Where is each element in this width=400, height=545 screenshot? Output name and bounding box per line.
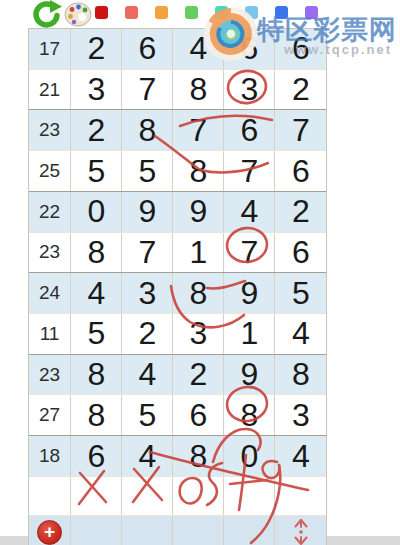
digit-cell: 6: [71, 436, 122, 476]
board-row: 2785683: [29, 395, 326, 436]
digit-cell: 9: [173, 192, 224, 232]
digit-cell: 8: [71, 355, 122, 395]
footer-cell: [71, 516, 122, 545]
digit-cell: 3: [224, 70, 275, 110]
footer-row: +: [29, 516, 326, 545]
annotation-cell: [224, 477, 275, 515]
digit-cell: 6: [173, 395, 224, 435]
annotation-cell: [29, 477, 71, 515]
digit-cell: 2: [275, 70, 326, 110]
digit-cell: 7: [122, 233, 173, 273]
digit-cell: 5: [122, 395, 173, 435]
board-row: 2328767: [29, 110, 326, 151]
board-row: 2209942: [29, 192, 326, 233]
digit-cell: 0: [224, 436, 275, 476]
digit-cell: 5: [71, 314, 122, 354]
period-cell: 23: [29, 110, 71, 150]
annotation-cell: [173, 477, 224, 515]
digit-cell: 9: [224, 273, 275, 313]
digit-cell: 2: [122, 314, 173, 354]
digit-cell: 3: [71, 70, 122, 110]
digit-cell: 0: [71, 192, 122, 232]
add-row-button[interactable]: +: [37, 520, 62, 545]
period-cell: 23: [29, 233, 71, 273]
annotation-cell: [275, 477, 326, 515]
digit-cell: 2: [173, 355, 224, 395]
period-cell: 17: [29, 29, 71, 69]
period-cell: 27: [29, 395, 71, 435]
digit-cell: 7: [173, 110, 224, 150]
board-row: 1152314: [29, 314, 326, 355]
annotation-row: [29, 477, 326, 516]
period-cell: 25: [29, 151, 71, 191]
digit-cell: 4: [224, 192, 275, 232]
period-cell: 24: [29, 273, 71, 313]
footer-cell: [122, 516, 173, 545]
digit-cell: 9: [122, 192, 173, 232]
digit-cell: 4: [71, 273, 122, 313]
color-swatch-3[interactable]: [185, 6, 198, 19]
color-swatch-2[interactable]: [155, 6, 168, 19]
digit-cell: 2: [275, 192, 326, 232]
digit-cell: 6: [122, 29, 173, 69]
digit-cell: 4: [122, 436, 173, 476]
color-swatch-1[interactable]: [125, 6, 138, 19]
annotation-cell: [122, 477, 173, 515]
digit-cell: 7: [224, 151, 275, 191]
board-row: 2387176: [29, 233, 326, 274]
period-cell: 23: [29, 355, 71, 395]
period-cell: 21: [29, 70, 71, 110]
digit-cell: 8: [173, 151, 224, 191]
period-cell: 18: [29, 436, 71, 476]
digit-cell: 6: [275, 151, 326, 191]
watermark-site-url: www.tqcp.net: [284, 42, 392, 57]
digit-cell: 5: [275, 273, 326, 313]
digit-cell: 4: [275, 314, 326, 354]
add-cell: +: [29, 516, 71, 545]
board-row: 2443895: [29, 273, 326, 314]
digit-cell: 8: [71, 395, 122, 435]
digit-cell: 1: [224, 314, 275, 354]
digit-cell: 8: [71, 233, 122, 273]
color-swatch-0[interactable]: [95, 6, 108, 19]
board-row: 2137832: [29, 70, 326, 111]
board-row: 2384298: [29, 355, 326, 396]
digit-cell: 8: [173, 273, 224, 313]
board-row: 2555876: [29, 151, 326, 192]
period-cell: 11: [29, 314, 71, 354]
digit-cell: 6: [275, 233, 326, 273]
refresh-icon[interactable]: [30, 0, 62, 28]
digit-cell: 8: [173, 436, 224, 476]
digit-cell: 2: [71, 110, 122, 150]
digit-cell: 5: [122, 151, 173, 191]
period-cell: 22: [29, 192, 71, 232]
palette-icon[interactable]: [64, 2, 92, 27]
footer-cell: [224, 516, 275, 545]
digit-cell: 6: [224, 110, 275, 150]
footer-cell: [173, 516, 224, 545]
digit-cell: 1: [173, 233, 224, 273]
digit-cell: 7: [224, 233, 275, 273]
digit-cell: 8: [122, 110, 173, 150]
number-board[interactable]: 1726466213783223287672555876220994223871…: [28, 28, 327, 545]
digit-cell: 9: [224, 355, 275, 395]
digit-cell: 4: [275, 436, 326, 476]
digit-cell: 4: [122, 355, 173, 395]
digit-cell: 3: [275, 395, 326, 435]
vertical-resize-icon[interactable]: [291, 518, 311, 545]
annotation-cell: [71, 477, 122, 515]
digit-cell: 8: [275, 355, 326, 395]
digit-cell: 3: [122, 273, 173, 313]
digit-cell: 2: [71, 29, 122, 69]
digit-cell: 3: [173, 314, 224, 354]
digit-cell: 5: [71, 151, 122, 191]
digit-cell: 7: [122, 70, 173, 110]
digit-cell: 8: [173, 70, 224, 110]
digit-cell: 8: [224, 395, 275, 435]
digit-cell: 7: [275, 110, 326, 150]
lollipop-logo-watermark: [204, 7, 258, 61]
board-row: 1864804: [29, 436, 326, 477]
resize-cell: [275, 516, 326, 545]
